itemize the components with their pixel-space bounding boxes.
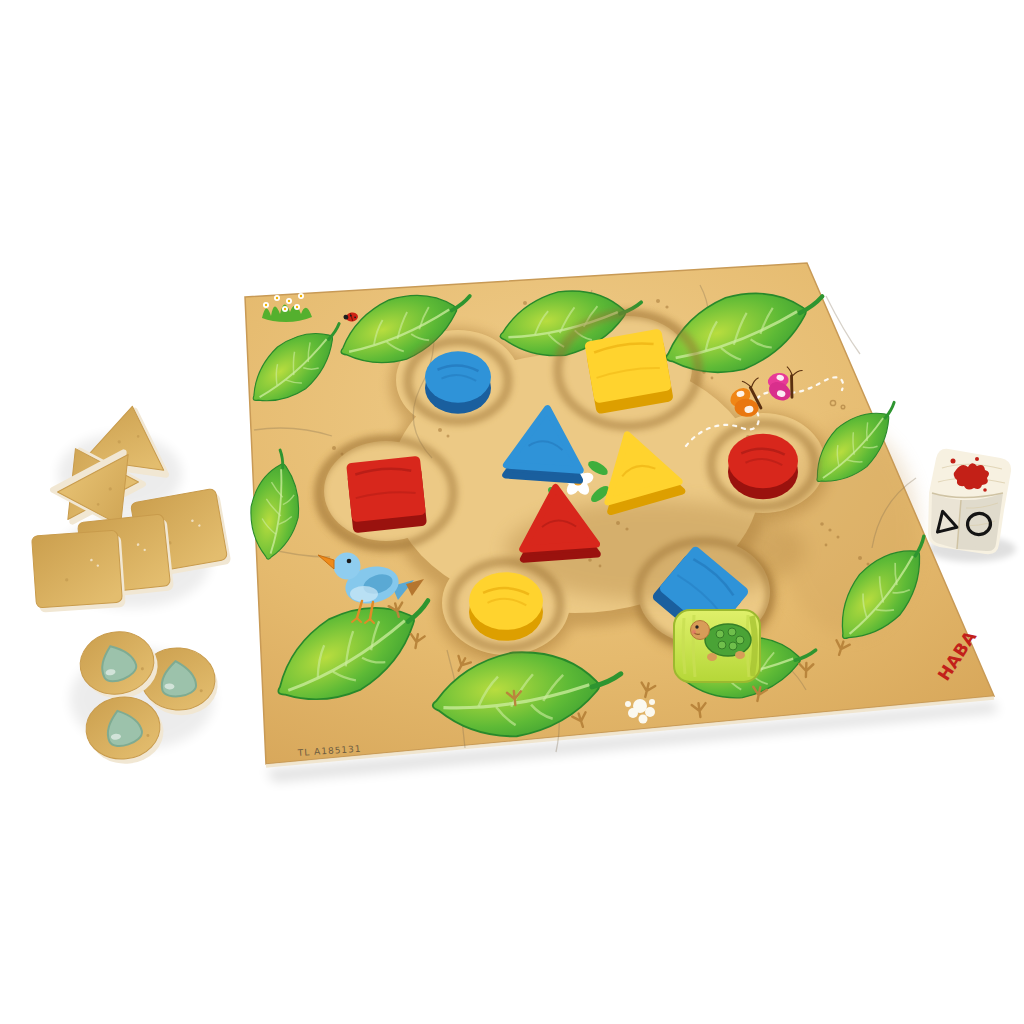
block-blue-circle[interactable] xyxy=(425,351,491,413)
block-red-circle[interactable] xyxy=(728,434,798,500)
block-yellow-circle[interactable] xyxy=(469,572,543,641)
turtle-pawn[interactable] xyxy=(674,610,760,682)
facedown-tile-square[interactable] xyxy=(32,530,126,613)
block-yellow-square[interactable] xyxy=(584,329,674,415)
product-photo-stage: TL A185131 HABA xyxy=(0,0,1024,1024)
block-red-square[interactable] xyxy=(346,456,427,534)
wooden-die[interactable] xyxy=(931,452,1008,551)
game-scene: TL A185131 HABA xyxy=(0,0,1024,1024)
